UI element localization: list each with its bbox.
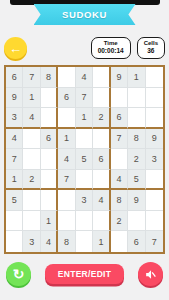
cell-r1c8[interactable]: 1 [128, 67, 145, 88]
cell-r5c5[interactable]: 5 [76, 149, 93, 170]
cell-r2c9[interactable] [146, 88, 163, 109]
cell-r8c3[interactable]: 1 [41, 211, 58, 232]
cell-r1c9[interactable] [146, 67, 163, 88]
cell-r4c3[interactable]: 6 [41, 129, 58, 150]
cell-r7c8[interactable]: 9 [128, 190, 145, 211]
refresh-icon: ↻ [13, 266, 25, 282]
cell-r3c1[interactable]: 3 [6, 108, 23, 129]
cell-r8c2[interactable] [23, 211, 40, 232]
page-title: SUDOKU [34, 4, 136, 25]
restart-button[interactable]: ↻ [6, 262, 31, 286]
cell-r5c4[interactable]: 4 [58, 149, 75, 170]
sudoku-board: 6784919167341264617897456231274553489123… [4, 65, 165, 254]
cell-r4c9[interactable]: 9 [146, 129, 163, 150]
cell-r6c8[interactable]: 5 [128, 170, 145, 191]
cell-r9c6[interactable]: 1 [93, 231, 110, 252]
cell-r4c7[interactable]: 7 [111, 129, 128, 150]
cell-r1c6[interactable] [93, 67, 110, 88]
cell-r3c8[interactable] [128, 108, 145, 129]
cells-label: Cells [144, 40, 158, 47]
cell-r1c1[interactable]: 6 [6, 67, 23, 88]
cell-r8c7[interactable]: 2 [111, 211, 128, 232]
cell-r6c3[interactable] [41, 170, 58, 191]
cell-r5c3[interactable] [41, 149, 58, 170]
cell-r6c9[interactable] [146, 170, 163, 191]
cell-r2c1[interactable]: 9 [6, 88, 23, 109]
time-value: 00:00:14 [98, 47, 124, 55]
cell-r6c5[interactable] [76, 170, 93, 191]
cell-r5c7[interactable] [111, 149, 128, 170]
cell-r3c4[interactable] [58, 108, 75, 129]
arrow-left-icon: ← [9, 41, 22, 56]
cell-r3c9[interactable] [146, 108, 163, 129]
action-bar: ↻ ENTER/EDIT [6, 262, 163, 286]
cell-r2c8[interactable] [128, 88, 145, 109]
back-button[interactable]: ← [4, 37, 27, 59]
cell-r9c1[interactable] [6, 231, 23, 252]
cell-r2c4[interactable]: 6 [58, 88, 75, 109]
cell-r9c5[interactable] [76, 231, 93, 252]
cell-r1c3[interactable]: 8 [41, 67, 58, 88]
cell-r7c3[interactable] [41, 190, 58, 211]
cell-r3c3[interactable] [41, 108, 58, 129]
cell-r2c2[interactable]: 1 [23, 88, 40, 109]
cell-r6c1[interactable]: 1 [6, 170, 23, 191]
cell-r1c7[interactable]: 9 [111, 67, 128, 88]
time-box: Time 00:00:14 [91, 37, 131, 59]
cell-r1c2[interactable]: 7 [23, 67, 40, 88]
cell-r5c6[interactable]: 6 [93, 149, 110, 170]
speaker-muted-icon [144, 268, 157, 281]
cell-r6c6[interactable] [93, 170, 110, 191]
cell-r3c7[interactable]: 6 [111, 108, 128, 129]
cell-r3c5[interactable]: 1 [76, 108, 93, 129]
cell-r9c3[interactable]: 4 [41, 231, 58, 252]
cell-r6c2[interactable]: 2 [23, 170, 40, 191]
cell-r8c4[interactable] [58, 211, 75, 232]
cell-r3c6[interactable]: 2 [93, 108, 110, 129]
cell-r5c1[interactable]: 7 [6, 149, 23, 170]
cell-r2c5[interactable]: 7 [76, 88, 93, 109]
cell-r2c7[interactable] [111, 88, 128, 109]
cell-r4c6[interactable] [93, 129, 110, 150]
cell-r7c7[interactable]: 8 [111, 190, 128, 211]
cell-r7c9[interactable] [146, 190, 163, 211]
cell-r7c4[interactable] [58, 190, 75, 211]
cell-r3c2[interactable]: 4 [23, 108, 40, 129]
cell-r9c4[interactable]: 8 [58, 231, 75, 252]
cell-r7c6[interactable]: 4 [93, 190, 110, 211]
cell-r5c9[interactable]: 3 [146, 149, 163, 170]
cell-r6c4[interactable]: 7 [58, 170, 75, 191]
cell-r2c3[interactable] [41, 88, 58, 109]
cell-r7c1[interactable]: 5 [6, 190, 23, 211]
cell-r6c7[interactable]: 4 [111, 170, 128, 191]
cell-r4c5[interactable] [76, 129, 93, 150]
cell-r9c2[interactable]: 3 [23, 231, 40, 252]
cell-r9c8[interactable]: 6 [128, 231, 145, 252]
cell-r8c5[interactable] [76, 211, 93, 232]
cell-r4c1[interactable]: 4 [6, 129, 23, 150]
cells-value: 36 [144, 47, 158, 55]
cell-r5c2[interactable] [23, 149, 40, 170]
enter-edit-button[interactable]: ENTER/EDIT [45, 264, 125, 285]
cell-r5c8[interactable]: 2 [128, 149, 145, 170]
cell-r1c4[interactable] [58, 67, 75, 88]
cell-r9c7[interactable] [111, 231, 128, 252]
cell-r4c2[interactable] [23, 129, 40, 150]
cell-r8c1[interactable] [6, 211, 23, 232]
cell-r4c8[interactable]: 8 [128, 129, 145, 150]
cells-box: Cells 36 [137, 37, 165, 59]
cell-r7c2[interactable] [23, 190, 40, 211]
cell-r8c8[interactable] [128, 211, 145, 232]
cell-r8c9[interactable] [146, 211, 163, 232]
cell-r8c6[interactable] [93, 211, 110, 232]
time-label: Time [98, 40, 124, 47]
hud-row: ← Time 00:00:14 Cells 36 [4, 37, 165, 59]
cell-r1c5[interactable]: 4 [76, 67, 93, 88]
cell-r2c6[interactable] [93, 88, 110, 109]
cell-r4c4[interactable]: 1 [58, 129, 75, 150]
cell-r7c5[interactable]: 3 [76, 190, 93, 211]
cell-r9c9[interactable]: 7 [146, 231, 163, 252]
mute-button[interactable] [138, 262, 163, 286]
